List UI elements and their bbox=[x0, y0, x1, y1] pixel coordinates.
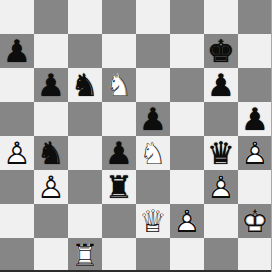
piece-white-rook[interactable]: ♜♖ bbox=[68, 238, 102, 272]
square-f7[interactable] bbox=[170, 34, 204, 68]
square-a4[interactable]: ♟♙ bbox=[0, 136, 34, 170]
piece-glyph-outline: ♙ bbox=[0, 136, 34, 170]
piece-glyph-outline: ♔ bbox=[238, 204, 272, 238]
piece-black-queen[interactable]: ♛ bbox=[204, 136, 238, 170]
square-c4[interactable] bbox=[68, 136, 102, 170]
square-d7[interactable] bbox=[102, 34, 136, 68]
square-d3[interactable]: ♜ bbox=[102, 170, 136, 204]
square-a3[interactable] bbox=[0, 170, 34, 204]
piece-white-pawn[interactable]: ♟♙ bbox=[34, 170, 68, 204]
square-h1[interactable] bbox=[238, 238, 272, 272]
piece-black-pawn[interactable]: ♟ bbox=[204, 68, 238, 102]
square-b4[interactable]: ♞ bbox=[34, 136, 68, 170]
board-right-edge bbox=[271, 0, 272, 272]
square-g3[interactable]: ♟♙ bbox=[204, 170, 238, 204]
square-a6[interactable] bbox=[0, 68, 34, 102]
square-g8[interactable] bbox=[204, 0, 238, 34]
piece-black-king[interactable]: ♚ bbox=[204, 34, 238, 68]
square-g2[interactable] bbox=[204, 204, 238, 238]
square-d8[interactable] bbox=[102, 0, 136, 34]
square-d4[interactable]: ♟ bbox=[102, 136, 136, 170]
square-h6[interactable] bbox=[238, 68, 272, 102]
piece-glyph: ♟ bbox=[204, 68, 238, 102]
piece-glyph: ♚ bbox=[204, 34, 238, 68]
square-b7[interactable] bbox=[34, 34, 68, 68]
square-c6[interactable]: ♞ bbox=[68, 68, 102, 102]
square-f1[interactable] bbox=[170, 238, 204, 272]
piece-glyph: ♛ bbox=[204, 136, 238, 170]
piece-white-pawn[interactable]: ♟♙ bbox=[0, 136, 34, 170]
piece-glyph-outline: ♙ bbox=[238, 136, 272, 170]
piece-black-pawn[interactable]: ♟ bbox=[102, 136, 136, 170]
chess-board-wrapper: ♟♚♟♞♞♘♟♟♟♟♙♞♟♞♘♛♟♙♟♙♜♟♙♛♕♟♙♚♔♜♖ bbox=[0, 0, 272, 272]
piece-black-knight[interactable]: ♞ bbox=[68, 68, 102, 102]
square-h7[interactable] bbox=[238, 34, 272, 68]
square-b5[interactable] bbox=[34, 102, 68, 136]
piece-black-rook[interactable]: ♜ bbox=[102, 170, 136, 204]
piece-glyph: ♞ bbox=[68, 68, 102, 102]
piece-black-pawn[interactable]: ♟ bbox=[238, 102, 272, 136]
square-e1[interactable] bbox=[136, 238, 170, 272]
square-g7[interactable]: ♚ bbox=[204, 34, 238, 68]
piece-white-knight[interactable]: ♞♘ bbox=[136, 136, 170, 170]
square-g1[interactable] bbox=[204, 238, 238, 272]
square-c1[interactable]: ♜♖ bbox=[68, 238, 102, 272]
piece-black-pawn[interactable]: ♟ bbox=[34, 68, 68, 102]
piece-glyph-outline: ♖ bbox=[68, 238, 102, 272]
square-e8[interactable] bbox=[136, 0, 170, 34]
square-f3[interactable] bbox=[170, 170, 204, 204]
square-g4[interactable]: ♛ bbox=[204, 136, 238, 170]
chess-board: ♟♚♟♞♞♘♟♟♟♟♙♞♟♞♘♛♟♙♟♙♜♟♙♛♕♟♙♚♔♜♖ bbox=[0, 0, 272, 272]
piece-glyph-outline: ♙ bbox=[204, 170, 238, 204]
square-b8[interactable] bbox=[34, 0, 68, 34]
piece-glyph: ♟ bbox=[34, 68, 68, 102]
square-d6[interactable]: ♞♘ bbox=[102, 68, 136, 102]
square-f8[interactable] bbox=[170, 0, 204, 34]
square-a1[interactable] bbox=[0, 238, 34, 272]
square-f6[interactable] bbox=[170, 68, 204, 102]
square-a5[interactable] bbox=[0, 102, 34, 136]
square-c5[interactable] bbox=[68, 102, 102, 136]
piece-white-king[interactable]: ♚♔ bbox=[238, 204, 272, 238]
piece-white-pawn[interactable]: ♟♙ bbox=[204, 170, 238, 204]
piece-glyph: ♟ bbox=[0, 34, 34, 68]
piece-white-pawn[interactable]: ♟♙ bbox=[170, 204, 204, 238]
square-b3[interactable]: ♟♙ bbox=[34, 170, 68, 204]
square-h4[interactable]: ♟♙ bbox=[238, 136, 272, 170]
square-h2[interactable]: ♚♔ bbox=[238, 204, 272, 238]
piece-glyph: ♟ bbox=[136, 102, 170, 136]
square-b6[interactable]: ♟ bbox=[34, 68, 68, 102]
square-e4[interactable]: ♞♘ bbox=[136, 136, 170, 170]
square-c7[interactable] bbox=[68, 34, 102, 68]
square-c2[interactable] bbox=[68, 204, 102, 238]
square-d5[interactable] bbox=[102, 102, 136, 136]
piece-glyph: ♜ bbox=[102, 170, 136, 204]
square-h5[interactable]: ♟ bbox=[238, 102, 272, 136]
piece-black-pawn[interactable]: ♟ bbox=[136, 102, 170, 136]
square-f2[interactable]: ♟♙ bbox=[170, 204, 204, 238]
square-c3[interactable] bbox=[68, 170, 102, 204]
square-d1[interactable] bbox=[102, 238, 136, 272]
piece-glyph-outline: ♙ bbox=[34, 170, 68, 204]
square-e7[interactable] bbox=[136, 34, 170, 68]
square-f4[interactable] bbox=[170, 136, 204, 170]
square-d2[interactable] bbox=[102, 204, 136, 238]
square-h8[interactable] bbox=[238, 0, 272, 34]
square-c8[interactable] bbox=[68, 0, 102, 34]
piece-black-knight[interactable]: ♞ bbox=[34, 136, 68, 170]
piece-white-knight[interactable]: ♞♘ bbox=[102, 68, 136, 102]
square-g6[interactable]: ♟ bbox=[204, 68, 238, 102]
piece-white-pawn[interactable]: ♟♙ bbox=[238, 136, 272, 170]
piece-glyph-outline: ♘ bbox=[136, 136, 170, 170]
square-g5[interactable] bbox=[204, 102, 238, 136]
square-h3[interactable] bbox=[238, 170, 272, 204]
square-e2[interactable]: ♛♕ bbox=[136, 204, 170, 238]
piece-glyph-outline: ♙ bbox=[170, 204, 204, 238]
square-a7[interactable]: ♟ bbox=[0, 34, 34, 68]
piece-glyph: ♟ bbox=[102, 136, 136, 170]
square-a2[interactable] bbox=[0, 204, 34, 238]
square-f5[interactable] bbox=[170, 102, 204, 136]
square-b1[interactable] bbox=[34, 238, 68, 272]
piece-glyph: ♟ bbox=[238, 102, 272, 136]
square-e6[interactable] bbox=[136, 68, 170, 102]
square-b2[interactable] bbox=[34, 204, 68, 238]
square-e5[interactable]: ♟ bbox=[136, 102, 170, 136]
piece-white-queen[interactable]: ♛♕ bbox=[136, 204, 170, 238]
piece-glyph-outline: ♕ bbox=[136, 204, 170, 238]
piece-glyph-outline: ♘ bbox=[102, 68, 136, 102]
square-e3[interactable] bbox=[136, 170, 170, 204]
square-a8[interactable] bbox=[0, 0, 34, 34]
piece-black-pawn[interactable]: ♟ bbox=[0, 34, 34, 68]
piece-glyph: ♞ bbox=[34, 136, 68, 170]
